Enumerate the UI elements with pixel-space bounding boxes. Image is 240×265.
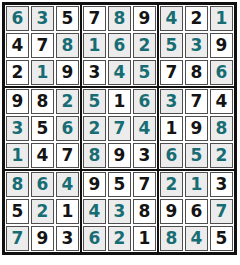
cell-r7c1[interactable]: 8 bbox=[6, 172, 29, 197]
cell-r9c2[interactable]: 9 bbox=[31, 226, 54, 251]
box-6: 374198652 bbox=[159, 88, 234, 169]
cell-r9c9[interactable]: 5 bbox=[210, 226, 233, 251]
cell-r8c4[interactable]: 4 bbox=[83, 199, 106, 224]
box-9: 213967845 bbox=[159, 171, 234, 252]
cell-r6c5[interactable]: 9 bbox=[108, 143, 131, 168]
cell-r6c4[interactable]: 8 bbox=[83, 143, 106, 168]
cell-r5c3[interactable]: 6 bbox=[56, 116, 79, 141]
cell-r5c5[interactable]: 7 bbox=[108, 116, 131, 141]
cell-r8c5[interactable]: 3 bbox=[108, 199, 131, 224]
cell-r7c8[interactable]: 1 bbox=[185, 172, 208, 197]
cell-r7c6[interactable]: 7 bbox=[133, 172, 156, 197]
cell-r5c2[interactable]: 5 bbox=[31, 116, 54, 141]
cell-r1c2[interactable]: 3 bbox=[31, 6, 54, 31]
cell-r5c6[interactable]: 4 bbox=[133, 116, 156, 141]
cell-r6c6[interactable]: 3 bbox=[133, 143, 156, 168]
cell-r3c1[interactable]: 2 bbox=[6, 60, 29, 85]
cell-r7c9[interactable]: 3 bbox=[210, 172, 233, 197]
cell-r9c5[interactable]: 2 bbox=[108, 226, 131, 251]
cell-r3c2[interactable]: 1 bbox=[31, 60, 54, 85]
cell-r8c8[interactable]: 6 bbox=[185, 199, 208, 224]
cell-r6c2[interactable]: 4 bbox=[31, 143, 54, 168]
box-5: 516274893 bbox=[82, 88, 157, 169]
cell-r5c4[interactable]: 2 bbox=[83, 116, 106, 141]
cell-r4c2[interactable]: 8 bbox=[31, 89, 54, 114]
cell-r4c3[interactable]: 2 bbox=[56, 89, 79, 114]
sudoku-board: 6354782197891623454215397869823561475162… bbox=[2, 2, 237, 255]
cell-r2c6[interactable]: 2 bbox=[133, 33, 156, 58]
cell-r8c7[interactable]: 9 bbox=[160, 199, 183, 224]
cell-r2c1[interactable]: 4 bbox=[6, 33, 29, 58]
cell-r6c8[interactable]: 5 bbox=[185, 143, 208, 168]
cell-r7c7[interactable]: 2 bbox=[160, 172, 183, 197]
cell-r2c9[interactable]: 9 bbox=[210, 33, 233, 58]
cell-r1c5[interactable]: 8 bbox=[108, 6, 131, 31]
cell-r1c6[interactable]: 9 bbox=[133, 6, 156, 31]
cell-r3c5[interactable]: 4 bbox=[108, 60, 131, 85]
cell-r9c1[interactable]: 7 bbox=[6, 226, 29, 251]
cell-r8c3[interactable]: 1 bbox=[56, 199, 79, 224]
cell-r3c8[interactable]: 8 bbox=[185, 60, 208, 85]
cell-r1c1[interactable]: 6 bbox=[6, 6, 29, 31]
cell-r4c5[interactable]: 1 bbox=[108, 89, 131, 114]
box-7: 864521793 bbox=[5, 171, 80, 252]
cell-r1c8[interactable]: 2 bbox=[185, 6, 208, 31]
cell-r4c7[interactable]: 3 bbox=[160, 89, 183, 114]
cell-r4c9[interactable]: 4 bbox=[210, 89, 233, 114]
cell-r8c6[interactable]: 8 bbox=[133, 199, 156, 224]
cell-r3c3[interactable]: 9 bbox=[56, 60, 79, 85]
box-2: 789162345 bbox=[82, 5, 157, 86]
cell-r9c8[interactable]: 4 bbox=[185, 226, 208, 251]
cell-r3c6[interactable]: 5 bbox=[133, 60, 156, 85]
cell-r2c7[interactable]: 5 bbox=[160, 33, 183, 58]
cell-r7c5[interactable]: 5 bbox=[108, 172, 131, 197]
cell-r5c8[interactable]: 9 bbox=[185, 116, 208, 141]
cell-r8c9[interactable]: 7 bbox=[210, 199, 233, 224]
cell-r6c1[interactable]: 1 bbox=[6, 143, 29, 168]
cell-r3c9[interactable]: 6 bbox=[210, 60, 233, 85]
cell-r8c2[interactable]: 2 bbox=[31, 199, 54, 224]
cell-r9c3[interactable]: 3 bbox=[56, 226, 79, 251]
cell-r2c8[interactable]: 3 bbox=[185, 33, 208, 58]
cell-r2c4[interactable]: 1 bbox=[83, 33, 106, 58]
cell-r9c7[interactable]: 8 bbox=[160, 226, 183, 251]
cell-r6c3[interactable]: 7 bbox=[56, 143, 79, 168]
box-8: 957438621 bbox=[82, 171, 157, 252]
cell-r4c6[interactable]: 6 bbox=[133, 89, 156, 114]
cell-r7c4[interactable]: 9 bbox=[83, 172, 106, 197]
cell-r4c8[interactable]: 7 bbox=[185, 89, 208, 114]
cell-r7c2[interactable]: 6 bbox=[31, 172, 54, 197]
cell-r4c1[interactable]: 9 bbox=[6, 89, 29, 114]
cell-r1c9[interactable]: 1 bbox=[210, 6, 233, 31]
cell-r5c1[interactable]: 3 bbox=[6, 116, 29, 141]
cell-r9c4[interactable]: 6 bbox=[83, 226, 106, 251]
cell-r5c9[interactable]: 8 bbox=[210, 116, 233, 141]
cell-r7c3[interactable]: 4 bbox=[56, 172, 79, 197]
cell-r1c3[interactable]: 5 bbox=[56, 6, 79, 31]
cell-r4c4[interactable]: 5 bbox=[83, 89, 106, 114]
cell-r3c7[interactable]: 7 bbox=[160, 60, 183, 85]
cell-r9c6[interactable]: 1 bbox=[133, 226, 156, 251]
box-1: 635478219 bbox=[5, 5, 80, 86]
box-4: 982356147 bbox=[5, 88, 80, 169]
cell-r2c5[interactable]: 6 bbox=[108, 33, 131, 58]
box-3: 421539786 bbox=[159, 5, 234, 86]
cell-r5c7[interactable]: 1 bbox=[160, 116, 183, 141]
cell-r6c9[interactable]: 2 bbox=[210, 143, 233, 168]
cell-r2c2[interactable]: 7 bbox=[31, 33, 54, 58]
cell-r2c3[interactable]: 8 bbox=[56, 33, 79, 58]
cell-r8c1[interactable]: 5 bbox=[6, 199, 29, 224]
cell-r1c4[interactable]: 7 bbox=[83, 6, 106, 31]
cell-r1c7[interactable]: 4 bbox=[160, 6, 183, 31]
cell-r3c4[interactable]: 3 bbox=[83, 60, 106, 85]
cell-r6c7[interactable]: 6 bbox=[160, 143, 183, 168]
